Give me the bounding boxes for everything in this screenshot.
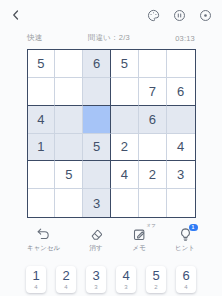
cell-r4c5[interactable]: [139, 134, 167, 162]
numpad-key-3[interactable]: 33: [86, 266, 106, 293]
cell-r1c6[interactable]: [167, 50, 195, 78]
chevron-left-icon: [10, 9, 22, 21]
numpad-key-1[interactable]: 14: [26, 266, 46, 293]
numpad-digit: 4: [122, 269, 129, 282]
cell-r4c2[interactable]: [55, 134, 83, 162]
cell-r1c5[interactable]: [139, 50, 167, 78]
cell-r4c1[interactable]: 1: [28, 134, 56, 162]
cell-r4c3[interactable]: 5: [83, 134, 111, 162]
cell-r5c2[interactable]: 5: [55, 161, 83, 189]
memo-button[interactable]: オフメモ: [132, 227, 147, 253]
cell-r5c1[interactable]: [28, 161, 56, 189]
hint-button[interactable]: 1ヒント: [175, 227, 195, 253]
theme-button[interactable]: [147, 9, 160, 22]
numpad-digit: 1: [32, 269, 39, 282]
cell-r5c6[interactable]: 3: [167, 161, 195, 189]
back-button[interactable]: [10, 9, 22, 21]
numpad-digit: 2: [62, 269, 69, 282]
cell-r2c5[interactable]: 7: [139, 78, 167, 106]
cell-r3c5[interactable]: 6: [139, 106, 167, 134]
cell-r5c3[interactable]: [83, 161, 111, 189]
settings-button[interactable]: [199, 9, 212, 22]
numpad-key-6[interactable]: 64: [176, 266, 196, 293]
undo-button[interactable]: キャンセル: [27, 227, 60, 253]
erase-label: 消す: [89, 244, 102, 253]
numpad-key-2[interactable]: 24: [56, 266, 76, 293]
numpad-digit: 3: [92, 269, 99, 282]
cell-r3c3[interactable]: [83, 106, 111, 134]
undo-label: キャンセル: [27, 244, 60, 253]
cell-r5c5[interactable]: 2: [139, 161, 167, 189]
cell-r6c5[interactable]: [139, 189, 167, 217]
cell-r3c1[interactable]: 4: [28, 106, 56, 134]
cell-r4c6[interactable]: 4: [167, 134, 195, 162]
difficulty-label: 快速: [27, 33, 42, 43]
memo-icon: オフ: [132, 227, 147, 242]
pause-button[interactable]: [173, 9, 186, 22]
cell-r3c4[interactable]: [111, 106, 139, 134]
memo-label: メモ: [133, 244, 146, 253]
numpad-remaining-count: 4: [34, 284, 37, 290]
cell-r2c4[interactable]: [111, 78, 139, 106]
undo-icon: [36, 227, 51, 242]
cell-r2c6[interactable]: 6: [167, 78, 195, 106]
cell-r1c2[interactable]: [55, 50, 83, 78]
timer: 03:13: [175, 34, 195, 43]
hint-label: ヒント: [175, 244, 195, 253]
cell-r4c4[interactable]: 2: [111, 134, 139, 162]
numpad-remaining-count: 2: [154, 284, 157, 290]
status-bar: 快速 間違い：2/3 03:13: [0, 28, 222, 45]
cell-r6c1[interactable]: [28, 189, 56, 217]
cell-r6c3[interactable]: 3: [83, 189, 111, 217]
erase-button[interactable]: 消す: [89, 227, 104, 253]
erase-icon: [89, 227, 104, 242]
cell-r1c1[interactable]: 5: [28, 50, 56, 78]
numpad-remaining-count: 3: [94, 284, 97, 290]
cell-r1c3[interactable]: 6: [83, 50, 111, 78]
hint-icon: 1: [178, 227, 193, 242]
cell-r6c4[interactable]: [111, 189, 139, 217]
numpad-key-4[interactable]: 43: [116, 266, 136, 293]
cell-r2c3[interactable]: [83, 78, 111, 106]
palette-icon: [147, 9, 160, 22]
cell-r5c4[interactable]: 4: [111, 161, 139, 189]
mistakes-counter: 間違い：2/3: [88, 33, 130, 43]
numpad-remaining-count: 4: [184, 284, 187, 290]
number-pad: 142433435264: [0, 266, 222, 293]
numpad-digit: 5: [152, 269, 159, 282]
top-bar: [0, 0, 222, 28]
cell-r2c1[interactable]: [28, 78, 56, 106]
hint-badge: 1: [189, 224, 198, 231]
cell-r6c6[interactable]: [167, 189, 195, 217]
numpad-remaining-count: 3: [124, 284, 127, 290]
numpad-digit: 6: [182, 269, 189, 282]
numpad-remaining-count: 4: [64, 284, 67, 290]
cell-r6c2[interactable]: [55, 189, 83, 217]
sudoku-board: 5657646152454233: [27, 49, 196, 218]
pause-icon: [173, 9, 186, 22]
settings-icon: [199, 9, 212, 22]
cell-r3c6[interactable]: [167, 106, 195, 134]
toolbar: キャンセル消すオフメモ1ヒント: [0, 218, 222, 253]
numpad-key-5[interactable]: 52: [146, 266, 166, 293]
cell-r1c4[interactable]: 5: [111, 50, 139, 78]
memo-state-tag: オフ: [147, 223, 156, 228]
cell-r2c2[interactable]: [55, 78, 83, 106]
cell-r3c2[interactable]: [55, 106, 83, 134]
